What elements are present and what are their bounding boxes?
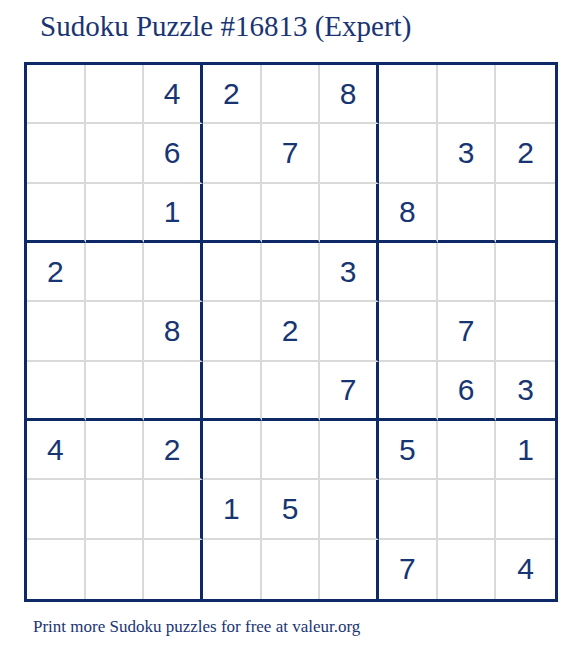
cell-r3c1-empty xyxy=(27,184,86,243)
cell-r9c6-empty xyxy=(320,540,379,599)
printable-sudoku-page: Sudoku Puzzle #16813 (Expert) 4286732182… xyxy=(0,0,580,651)
cell-r6c9-given: 3 xyxy=(496,362,555,421)
cell-r6c5-empty xyxy=(262,362,321,421)
cell-r7c7-given: 5 xyxy=(379,421,438,480)
cell-r3c3-given: 1 xyxy=(144,184,203,243)
cell-r6c3-empty xyxy=(144,362,203,421)
cell-r3c5-empty xyxy=(262,184,321,243)
cell-r2c5-given: 7 xyxy=(262,124,321,183)
cell-r4c3-empty xyxy=(144,243,203,302)
cell-r3c4-empty xyxy=(203,184,262,243)
cell-r1c4-given: 2 xyxy=(203,65,262,124)
cell-r1c6-given: 8 xyxy=(320,65,379,124)
cell-r3c9-empty xyxy=(496,184,555,243)
cell-r7c2-empty xyxy=(86,421,145,480)
cell-r8c2-empty xyxy=(86,480,145,539)
cell-r2c4-empty xyxy=(203,124,262,183)
cell-r2c2-empty xyxy=(86,124,145,183)
cell-r5c8-given: 7 xyxy=(438,302,497,361)
cell-r6c2-empty xyxy=(86,362,145,421)
cell-r3c6-empty xyxy=(320,184,379,243)
footer-text: Print more Sudoku puzzles for free at va… xyxy=(33,617,360,637)
cell-r4c9-empty xyxy=(496,243,555,302)
cell-r5c2-empty xyxy=(86,302,145,361)
cell-r7c6-empty xyxy=(320,421,379,480)
cell-r1c8-empty xyxy=(438,65,497,124)
cell-r9c5-empty xyxy=(262,540,321,599)
cell-r7c5-empty xyxy=(262,421,321,480)
cell-r2c3-given: 6 xyxy=(144,124,203,183)
cell-r5c6-empty xyxy=(320,302,379,361)
cell-r9c9-given: 4 xyxy=(496,540,555,599)
cell-r9c2-empty xyxy=(86,540,145,599)
cell-r5c9-empty xyxy=(496,302,555,361)
cell-r1c7-empty xyxy=(379,65,438,124)
cell-r1c5-empty xyxy=(262,65,321,124)
cell-r3c2-empty xyxy=(86,184,145,243)
cell-r2c6-empty xyxy=(320,124,379,183)
cell-r6c8-given: 6 xyxy=(438,362,497,421)
cell-r1c2-empty xyxy=(86,65,145,124)
cell-r6c7-empty xyxy=(379,362,438,421)
cell-r6c4-empty xyxy=(203,362,262,421)
cell-r8c4-given: 1 xyxy=(203,480,262,539)
cell-r4c1-given: 2 xyxy=(27,243,86,302)
cell-r2c8-given: 3 xyxy=(438,124,497,183)
cell-r8c9-empty xyxy=(496,480,555,539)
cell-r9c1-empty xyxy=(27,540,86,599)
cell-r1c9-empty xyxy=(496,65,555,124)
cell-r7c9-given: 1 xyxy=(496,421,555,480)
cell-r3c7-given: 8 xyxy=(379,184,438,243)
cell-r9c3-empty xyxy=(144,540,203,599)
cell-r7c4-empty xyxy=(203,421,262,480)
cell-r8c6-empty xyxy=(320,480,379,539)
page-title: Sudoku Puzzle #16813 (Expert) xyxy=(40,10,411,43)
cell-r4c8-empty xyxy=(438,243,497,302)
cell-r8c1-empty xyxy=(27,480,86,539)
cell-r8c3-empty xyxy=(144,480,203,539)
cell-r4c4-empty xyxy=(203,243,262,302)
cell-r4c6-given: 3 xyxy=(320,243,379,302)
cell-r4c2-empty xyxy=(86,243,145,302)
cell-r2c7-empty xyxy=(379,124,438,183)
sudoku-board: 4286732182382776342511574 xyxy=(24,62,558,602)
cell-r2c9-given: 2 xyxy=(496,124,555,183)
cell-r2c1-empty xyxy=(27,124,86,183)
cell-r8c8-empty xyxy=(438,480,497,539)
cell-r4c5-empty xyxy=(262,243,321,302)
cell-r5c7-empty xyxy=(379,302,438,361)
cell-r4c7-empty xyxy=(379,243,438,302)
cell-r9c8-empty xyxy=(438,540,497,599)
cell-r6c6-given: 7 xyxy=(320,362,379,421)
cell-r7c8-empty xyxy=(438,421,497,480)
cell-r1c3-given: 4 xyxy=(144,65,203,124)
cell-r1c1-empty xyxy=(27,65,86,124)
cell-r5c3-given: 8 xyxy=(144,302,203,361)
cell-r7c1-given: 4 xyxy=(27,421,86,480)
cell-r5c4-empty xyxy=(203,302,262,361)
cell-r5c1-empty xyxy=(27,302,86,361)
cell-r7c3-given: 2 xyxy=(144,421,203,480)
cell-r6c1-empty xyxy=(27,362,86,421)
cell-r8c5-given: 5 xyxy=(262,480,321,539)
cell-r3c8-empty xyxy=(438,184,497,243)
cell-r8c7-empty xyxy=(379,480,438,539)
cell-r5c5-given: 2 xyxy=(262,302,321,361)
cell-r9c4-empty xyxy=(203,540,262,599)
cell-r9c7-given: 7 xyxy=(379,540,438,599)
